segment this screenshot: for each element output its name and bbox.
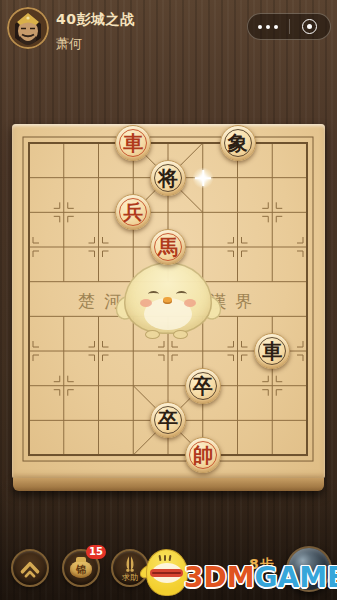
piece-label: 車 — [262, 341, 282, 361]
more-icon — [274, 25, 278, 29]
xiangqi-board[interactable]: 楚河 漢界 車象将兵馬車卒卒帥 — [12, 124, 325, 478]
level-title: 40彭城之战 — [56, 11, 134, 29]
more-button[interactable] — [248, 14, 289, 39]
more-icon — [266, 25, 270, 29]
last-move-sparkle — [192, 167, 214, 189]
piece-label: 卒 — [158, 410, 178, 430]
more-icon — [258, 25, 262, 29]
help-label: 求助 — [122, 574, 138, 582]
pieces-layer: 車象将兵馬車卒卒帥 — [12, 124, 325, 478]
app-screen: 40彭城之战 萧何 楚河 漢界 車象将兵馬 — [0, 0, 337, 600]
header-titles: 40彭城之战 萧何 — [56, 11, 134, 53]
board-edge — [13, 478, 324, 491]
piece-red-chariot[interactable]: 車 — [115, 125, 151, 161]
piece-label: 象 — [228, 133, 248, 153]
watermark-game: GAME — [255, 561, 337, 594]
piece-black-soldier[interactable]: 卒 — [185, 368, 221, 404]
piece-black-soldier[interactable]: 卒 — [150, 402, 186, 438]
target-icon — [302, 19, 317, 34]
piece-label: 帥 — [193, 445, 213, 465]
hint-count-badge: 15 — [86, 545, 106, 559]
praying-hands-icon — [120, 555, 140, 573]
avatar[interactable] — [7, 7, 49, 49]
piece-label: 車 — [123, 133, 143, 153]
brocade-bag-icon: 锦 — [70, 561, 92, 578]
piece-label: 兵 — [123, 202, 143, 222]
piece-label: 将 — [158, 168, 178, 188]
piece-black-chariot[interactable]: 車 — [254, 333, 290, 369]
miniprogram-capsule — [247, 13, 331, 40]
piece-red-soldier[interactable]: 兵 — [115, 194, 151, 230]
piece-black-general[interactable]: 将 — [150, 160, 186, 196]
piece-label: 卒 — [193, 376, 213, 396]
watermark: 3DMGAME — [184, 561, 337, 594]
piece-red-horse[interactable]: 馬 — [150, 229, 186, 265]
hint-bag-button[interactable]: 锦 15 — [62, 549, 100, 587]
bag-character: 锦 — [70, 561, 92, 578]
level-subtitle: 萧何 — [56, 35, 134, 53]
chevron-up-icon — [17, 555, 43, 581]
general-portrait-icon — [7, 7, 49, 49]
piece-label: 馬 — [158, 237, 178, 257]
chick-beak — [150, 569, 183, 577]
watermark-3dm: 3DM — [184, 561, 255, 594]
close-button[interactable] — [290, 14, 331, 39]
piece-black-elephant[interactable]: 象 — [220, 125, 256, 161]
menu-button[interactable] — [11, 549, 49, 587]
piece-red-general[interactable]: 帥 — [185, 437, 221, 473]
